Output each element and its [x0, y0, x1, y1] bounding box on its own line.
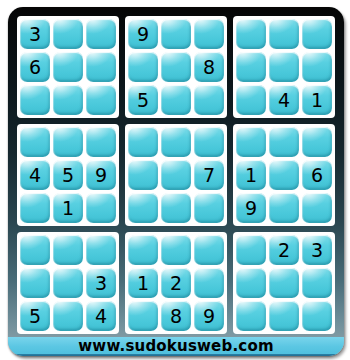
cell-r4c1[interactable] [20, 127, 50, 157]
cell-r2c8[interactable] [269, 52, 299, 82]
cell-value: 1 [245, 166, 257, 185]
box-0-1: 985 [125, 16, 227, 118]
cell-value: 9 [203, 307, 215, 326]
cell-r4c5[interactable] [161, 127, 191, 157]
cell-r9c3[interactable]: 4 [86, 301, 116, 331]
cell-r1c9[interactable] [302, 19, 332, 49]
cell-r2c1[interactable]: 6 [20, 52, 50, 82]
cell-r5c4[interactable] [128, 160, 158, 190]
cell-r2c4[interactable] [128, 52, 158, 82]
cell-value: 7 [203, 166, 215, 185]
cell-r7c7[interactable] [236, 235, 266, 265]
cell-r9c1[interactable]: 5 [20, 301, 50, 331]
frame-bottom-lip [8, 354, 344, 356]
cell-value: 9 [245, 199, 257, 218]
cell-value: 9 [95, 166, 107, 185]
cell-r5c6[interactable]: 7 [194, 160, 224, 190]
cell-r7c6[interactable] [194, 235, 224, 265]
sudoku-frame: 369854145917169354128923 www.sudokusweb.… [8, 7, 344, 356]
cell-r6c4[interactable] [128, 193, 158, 223]
cell-r3c3[interactable] [86, 85, 116, 115]
cell-r6c2[interactable]: 1 [53, 193, 83, 223]
box-2-2: 23 [233, 232, 335, 334]
cell-r4c7[interactable] [236, 127, 266, 157]
box-0-2: 41 [233, 16, 335, 118]
cell-r7c1[interactable] [20, 235, 50, 265]
footer-band: www.sudokusweb.com [8, 337, 344, 354]
cell-r3c9[interactable]: 1 [302, 85, 332, 115]
cell-r1c7[interactable] [236, 19, 266, 49]
cell-r8c5[interactable]: 2 [161, 268, 191, 298]
cell-r1c1[interactable]: 3 [20, 19, 50, 49]
box-2-0: 354 [17, 232, 119, 334]
cell-r2c5[interactable] [161, 52, 191, 82]
cell-r3c1[interactable] [20, 85, 50, 115]
cell-r8c8[interactable] [269, 268, 299, 298]
cell-value: 3 [311, 241, 323, 260]
cell-r3c4[interactable]: 5 [128, 85, 158, 115]
cell-r9c2[interactable] [53, 301, 83, 331]
cell-r2c9[interactable] [302, 52, 332, 82]
cell-value: 3 [29, 25, 41, 44]
cell-r5c8[interactable] [269, 160, 299, 190]
cell-r6c9[interactable] [302, 193, 332, 223]
cell-r2c3[interactable] [86, 52, 116, 82]
cell-r5c1[interactable]: 4 [20, 160, 50, 190]
cell-value: 5 [62, 166, 74, 185]
cell-r3c6[interactable] [194, 85, 224, 115]
cell-r7c8[interactable]: 2 [269, 235, 299, 265]
cell-r2c2[interactable] [53, 52, 83, 82]
box-1-2: 169 [233, 124, 335, 226]
cell-r9c5[interactable]: 8 [161, 301, 191, 331]
cell-value: 6 [311, 166, 323, 185]
cell-value: 3 [95, 274, 107, 293]
cell-r1c2[interactable] [53, 19, 83, 49]
cell-r9c9[interactable] [302, 301, 332, 331]
cell-r8c2[interactable] [53, 268, 83, 298]
cell-value: 2 [170, 274, 182, 293]
cell-r7c5[interactable] [161, 235, 191, 265]
cell-value: 6 [29, 58, 41, 77]
cell-value: 8 [170, 307, 182, 326]
cell-value: 2 [278, 241, 290, 260]
cell-r3c2[interactable] [53, 85, 83, 115]
cell-r6c8[interactable] [269, 193, 299, 223]
cell-r1c3[interactable] [86, 19, 116, 49]
box-0-0: 36 [17, 16, 119, 118]
cell-r1c8[interactable] [269, 19, 299, 49]
cell-r1c6[interactable] [194, 19, 224, 49]
cell-r8c4[interactable]: 1 [128, 268, 158, 298]
cell-r9c6[interactable]: 9 [194, 301, 224, 331]
cell-r8c1[interactable] [20, 268, 50, 298]
cell-value: 4 [278, 91, 290, 110]
cell-r2c7[interactable] [236, 52, 266, 82]
cell-r7c4[interactable] [128, 235, 158, 265]
site-url: www.sudokusweb.com [78, 337, 273, 355]
cell-r5c2[interactable]: 5 [53, 160, 83, 190]
cell-r5c3[interactable]: 9 [86, 160, 116, 190]
cell-r9c7[interactable] [236, 301, 266, 331]
cell-r4c4[interactable] [128, 127, 158, 157]
cell-value: 9 [137, 25, 149, 44]
cell-r4c9[interactable] [302, 127, 332, 157]
cell-r7c3[interactable] [86, 235, 116, 265]
box-1-1: 7 [125, 124, 227, 226]
cell-value: 4 [29, 166, 41, 185]
cell-r5c9[interactable]: 6 [302, 160, 332, 190]
cell-r6c7[interactable]: 9 [236, 193, 266, 223]
cell-r3c8[interactable]: 4 [269, 85, 299, 115]
cell-r8c6[interactable] [194, 268, 224, 298]
cell-r1c4[interactable]: 9 [128, 19, 158, 49]
cell-r5c7[interactable]: 1 [236, 160, 266, 190]
cell-value: 1 [311, 91, 323, 110]
cell-r1c5[interactable] [161, 19, 191, 49]
cell-value: 4 [95, 307, 107, 326]
cell-r3c5[interactable] [161, 85, 191, 115]
cell-r8c7[interactable] [236, 268, 266, 298]
cell-r6c5[interactable] [161, 193, 191, 223]
cell-r8c9[interactable] [302, 268, 332, 298]
cell-r7c9[interactable]: 3 [302, 235, 332, 265]
cell-r4c2[interactable] [53, 127, 83, 157]
cell-r9c8[interactable] [269, 301, 299, 331]
cell-value: 1 [137, 274, 149, 293]
cell-r8c3[interactable]: 3 [86, 268, 116, 298]
cell-r6c1[interactable] [20, 193, 50, 223]
cell-r3c7[interactable] [236, 85, 266, 115]
cell-r6c6[interactable] [194, 193, 224, 223]
box-1-0: 4591 [17, 124, 119, 226]
cell-value: 5 [29, 307, 41, 326]
cell-r2c6[interactable]: 8 [194, 52, 224, 82]
cell-value: 8 [203, 58, 215, 77]
cell-r9c4[interactable] [128, 301, 158, 331]
cell-r6c3[interactable] [86, 193, 116, 223]
cell-r7c2[interactable] [53, 235, 83, 265]
box-2-1: 1289 [125, 232, 227, 334]
cell-r4c6[interactable] [194, 127, 224, 157]
cell-value: 5 [137, 91, 149, 110]
cell-r4c8[interactable] [269, 127, 299, 157]
sudoku-board: 369854145917169354128923 [17, 16, 335, 334]
cell-r5c5[interactable] [161, 160, 191, 190]
cell-r4c3[interactable] [86, 127, 116, 157]
cell-value: 1 [62, 199, 74, 218]
